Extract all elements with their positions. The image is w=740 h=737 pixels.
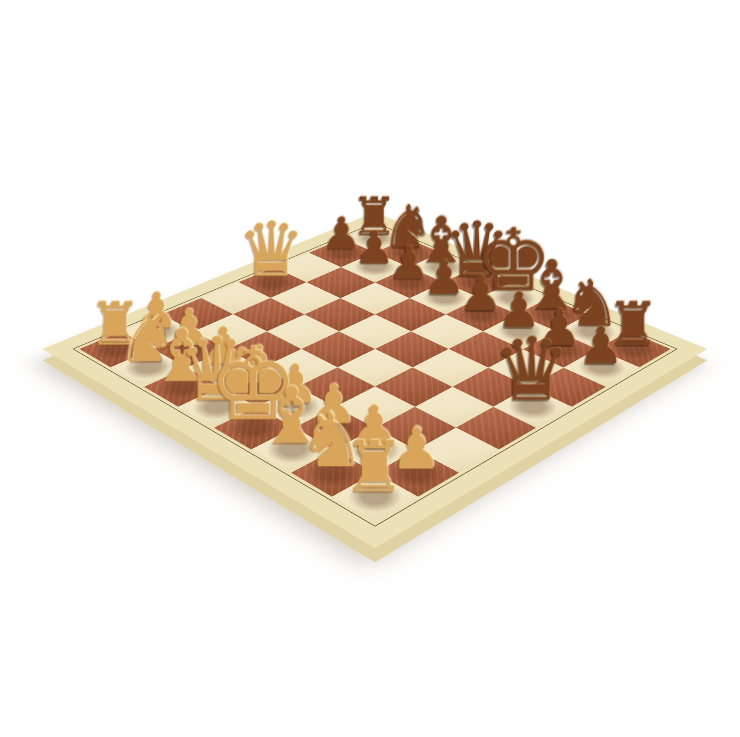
product-photo-scene: ♜♞♝♛♚♝♞♜♟♟♟♟♟♟♟♟♛♛♟♟♟♟♟♟♟♟♜♞♝♛♚♝♞♜ (0, 0, 740, 737)
black-queen-spare: ♛ (493, 326, 571, 413)
black-pawn: ♟ (459, 270, 502, 318)
square-h1: ♜ (332, 473, 418, 522)
white-queen-spare: ♛ (238, 212, 306, 288)
white-rook: ♜ (343, 432, 406, 502)
black-pawn: ♟ (578, 320, 624, 371)
